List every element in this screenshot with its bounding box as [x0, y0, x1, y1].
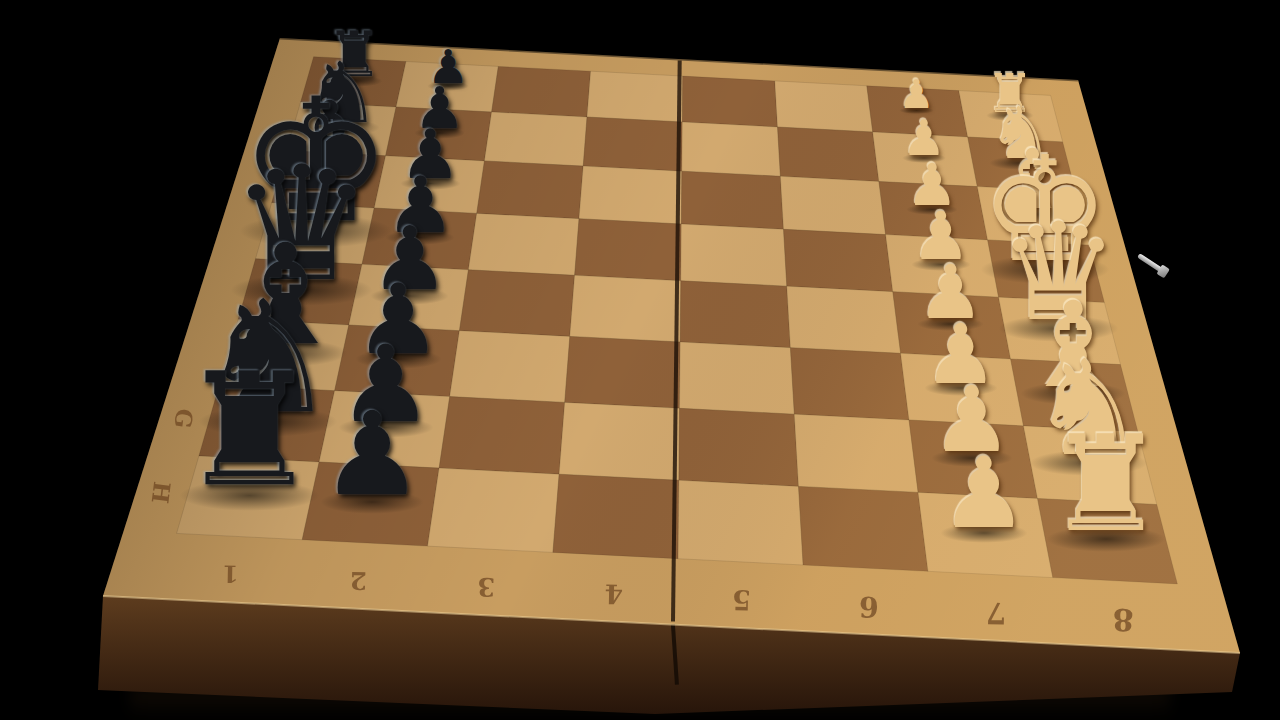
pieces-layer: ♜♞♝♚♛♝♞♜♟♟♟♟♟♟♟♟♟♟♟♟♟♟♟♟♜♞♝♚♛♝♞♜: [0, 0, 1280, 720]
white-rook-h8: ♜: [1040, 418, 1173, 551]
chessboard-photo-scene: 12345678GH ♜♞♝♚♛♝♞♜♟♟♟♟♟♟♟♟♟♟♟♟♟♟♟♟♜♞♝♚♛…: [0, 0, 1280, 720]
black-pawn-h2: ♟: [314, 397, 429, 512]
white-pawn-h7: ♟: [935, 444, 1033, 542]
black-rook-h1: ♜: [171, 353, 327, 509]
